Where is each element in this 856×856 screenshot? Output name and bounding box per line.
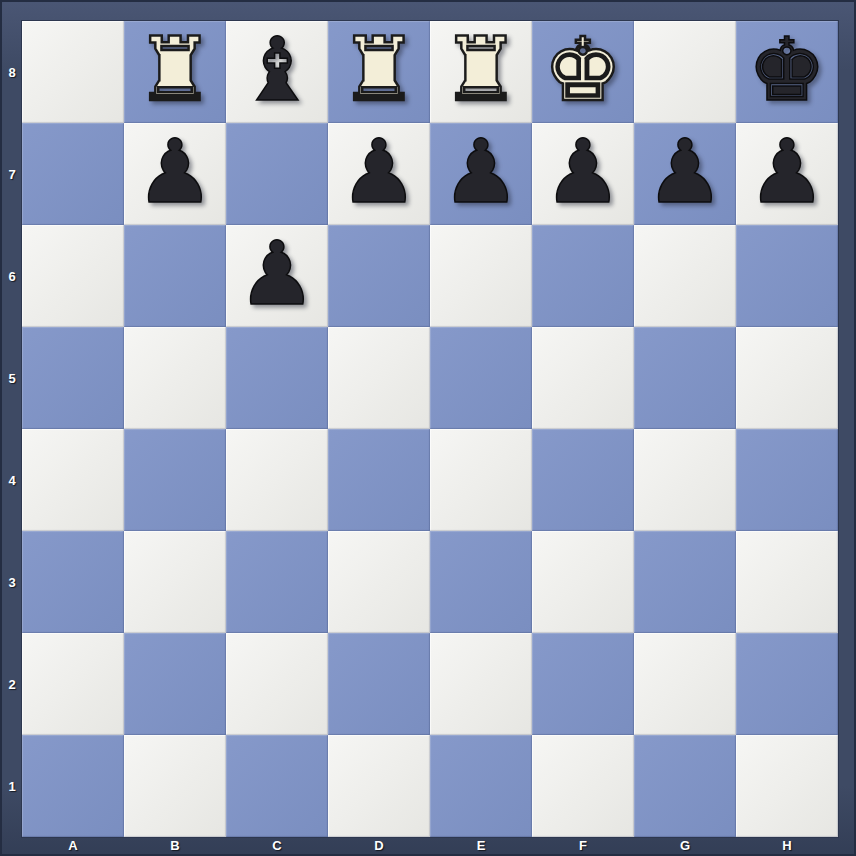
- square-f1[interactable]: [532, 735, 634, 837]
- black-pawn-piece[interactable]: ♟: [136, 128, 215, 216]
- square-f7[interactable]: ♟: [532, 123, 634, 225]
- square-f2[interactable]: [532, 633, 634, 735]
- square-g1[interactable]: [634, 735, 736, 837]
- black-pawn-piece[interactable]: ♟: [748, 128, 827, 216]
- square-g4[interactable]: [634, 429, 736, 531]
- white-rook-piece[interactable]: ♜: [340, 26, 419, 114]
- square-a7[interactable]: [22, 123, 124, 225]
- square-a3[interactable]: [22, 531, 124, 633]
- square-d5[interactable]: [328, 327, 430, 429]
- square-c1[interactable]: [226, 735, 328, 837]
- white-rook-piece[interactable]: ♜: [136, 26, 215, 114]
- white-rook-piece[interactable]: ♜: [442, 26, 521, 114]
- file-label-e: E: [430, 835, 532, 856]
- square-g5[interactable]: [634, 327, 736, 429]
- square-a2[interactable]: [22, 633, 124, 735]
- white-king-piece[interactable]: ♚: [544, 26, 623, 114]
- square-d8[interactable]: ♜: [328, 21, 430, 123]
- square-e8[interactable]: ♜: [430, 21, 532, 123]
- file-label-g: G: [634, 835, 736, 856]
- square-e7[interactable]: ♟: [430, 123, 532, 225]
- square-c7[interactable]: [226, 123, 328, 225]
- square-d6[interactable]: [328, 225, 430, 327]
- square-d1[interactable]: [328, 735, 430, 837]
- square-a6[interactable]: [22, 225, 124, 327]
- black-pawn-piece[interactable]: ♟: [646, 128, 725, 216]
- file-label-f: F: [532, 835, 634, 856]
- square-b4[interactable]: [124, 429, 226, 531]
- rank-label-2: 2: [2, 633, 22, 735]
- square-g6[interactable]: [634, 225, 736, 327]
- square-b1[interactable]: [124, 735, 226, 837]
- black-bishop-piece[interactable]: ♝: [238, 26, 317, 114]
- square-f6[interactable]: [532, 225, 634, 327]
- square-e6[interactable]: [430, 225, 532, 327]
- file-label-a: A: [22, 835, 124, 856]
- square-e3[interactable]: [430, 531, 532, 633]
- square-d4[interactable]: [328, 429, 430, 531]
- square-h6[interactable]: [736, 225, 838, 327]
- file-label-c: C: [226, 835, 328, 856]
- square-d7[interactable]: ♟: [328, 123, 430, 225]
- square-b3[interactable]: [124, 531, 226, 633]
- square-b6[interactable]: [124, 225, 226, 327]
- square-g7[interactable]: ♟: [634, 123, 736, 225]
- square-h7[interactable]: ♟: [736, 123, 838, 225]
- square-h5[interactable]: [736, 327, 838, 429]
- square-h3[interactable]: [736, 531, 838, 633]
- file-label-h: H: [736, 835, 838, 856]
- black-pawn-piece[interactable]: ♟: [544, 128, 623, 216]
- file-label-b: B: [124, 835, 226, 856]
- rank-label-6: 6: [2, 225, 22, 327]
- square-h4[interactable]: [736, 429, 838, 531]
- square-b2[interactable]: [124, 633, 226, 735]
- square-f4[interactable]: [532, 429, 634, 531]
- square-f5[interactable]: [532, 327, 634, 429]
- square-h2[interactable]: [736, 633, 838, 735]
- square-a1[interactable]: [22, 735, 124, 837]
- rank-label-5: 5: [2, 327, 22, 429]
- chess-board: ♜♝♜♜♚♚♟♟♟♟♟♟♟: [22, 21, 838, 837]
- black-king-piece[interactable]: ♚: [748, 26, 827, 114]
- black-pawn-piece[interactable]: ♟: [238, 230, 317, 318]
- square-f3[interactable]: [532, 531, 634, 633]
- square-a4[interactable]: [22, 429, 124, 531]
- black-pawn-piece[interactable]: ♟: [442, 128, 521, 216]
- square-c4[interactable]: [226, 429, 328, 531]
- black-pawn-piece[interactable]: ♟: [340, 128, 419, 216]
- square-d2[interactable]: [328, 633, 430, 735]
- rank-labels: 87654321: [2, 21, 22, 837]
- file-labels: ABCDEFGH: [22, 835, 838, 856]
- square-h1[interactable]: [736, 735, 838, 837]
- rank-label-4: 4: [2, 429, 22, 531]
- square-b5[interactable]: [124, 327, 226, 429]
- square-e5[interactable]: [430, 327, 532, 429]
- rank-label-8: 8: [2, 21, 22, 123]
- square-c8[interactable]: ♝: [226, 21, 328, 123]
- square-h8[interactable]: ♚: [736, 21, 838, 123]
- square-e2[interactable]: [430, 633, 532, 735]
- square-g8[interactable]: [634, 21, 736, 123]
- square-e4[interactable]: [430, 429, 532, 531]
- square-b7[interactable]: ♟: [124, 123, 226, 225]
- square-f8[interactable]: ♚: [532, 21, 634, 123]
- square-a8[interactable]: [22, 21, 124, 123]
- square-c5[interactable]: [226, 327, 328, 429]
- square-g2[interactable]: [634, 633, 736, 735]
- square-d3[interactable]: [328, 531, 430, 633]
- rank-label-7: 7: [2, 123, 22, 225]
- square-a5[interactable]: [22, 327, 124, 429]
- rank-label-3: 3: [2, 531, 22, 633]
- chess-board-frame: 87654321 ♜♝♜♜♚♚♟♟♟♟♟♟♟ ABCDEFGH: [0, 0, 856, 856]
- square-c3[interactable]: [226, 531, 328, 633]
- square-c2[interactable]: [226, 633, 328, 735]
- file-label-d: D: [328, 835, 430, 856]
- square-g3[interactable]: [634, 531, 736, 633]
- square-e1[interactable]: [430, 735, 532, 837]
- rank-label-1: 1: [2, 735, 22, 837]
- square-c6[interactable]: ♟: [226, 225, 328, 327]
- square-b8[interactable]: ♜: [124, 21, 226, 123]
